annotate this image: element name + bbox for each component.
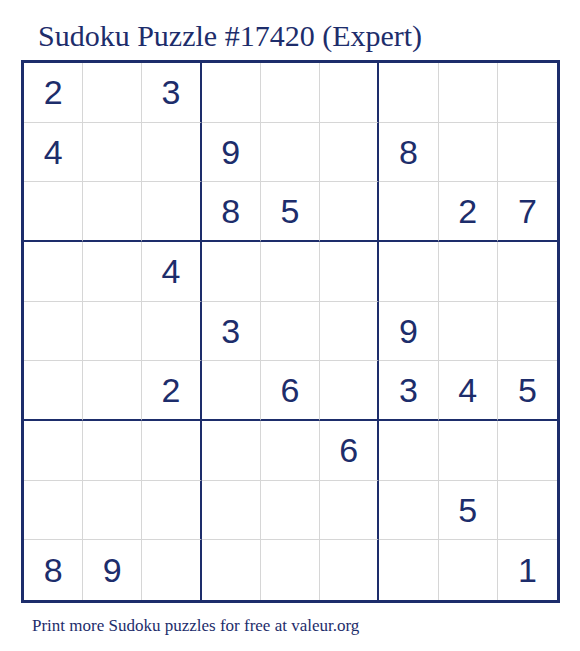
cell-r4c2[interactable]	[83, 242, 142, 302]
cell-r2c8[interactable]	[439, 123, 498, 183]
given-digit: 6	[281, 373, 300, 407]
cell-r8c8[interactable]: 5	[439, 481, 498, 541]
cell-r9c2[interactable]: 9	[83, 540, 142, 600]
cell-r3c1[interactable]	[24, 182, 83, 242]
given-digit: 4	[458, 373, 477, 407]
cell-r3c8[interactable]: 2	[439, 182, 498, 242]
cell-r3c6[interactable]	[320, 182, 379, 242]
cell-r7c1[interactable]	[24, 421, 83, 481]
given-digit: 2	[162, 373, 181, 407]
cell-r4c8[interactable]	[439, 242, 498, 302]
cell-r9c7[interactable]	[379, 540, 438, 600]
cell-r7c5[interactable]	[261, 421, 320, 481]
given-digit: 9	[103, 553, 122, 587]
cell-r6c5[interactable]: 6	[261, 361, 320, 421]
given-digit: 9	[399, 314, 418, 348]
given-digit: 6	[339, 433, 358, 467]
cell-r1c9[interactable]	[498, 63, 557, 123]
cell-r8c5[interactable]	[261, 481, 320, 541]
cell-r6c4[interactable]	[202, 361, 261, 421]
cell-r5c4[interactable]: 3	[202, 302, 261, 362]
cell-r5c8[interactable]	[439, 302, 498, 362]
given-digit: 2	[458, 194, 477, 228]
cell-r5c3[interactable]	[142, 302, 201, 362]
given-digit: 5	[458, 493, 477, 527]
cell-r8c1[interactable]	[24, 481, 83, 541]
cell-r1c8[interactable]	[439, 63, 498, 123]
cell-r1c5[interactable]	[261, 63, 320, 123]
cell-r4c7[interactable]	[379, 242, 438, 302]
cell-r8c2[interactable]	[83, 481, 142, 541]
cell-r6c8[interactable]: 4	[439, 361, 498, 421]
cell-r9c5[interactable]	[261, 540, 320, 600]
cell-r8c4[interactable]	[202, 481, 261, 541]
cell-r9c3[interactable]	[142, 540, 201, 600]
given-digit: 4	[162, 254, 181, 288]
cell-r5c2[interactable]	[83, 302, 142, 362]
cell-r3c9[interactable]: 7	[498, 182, 557, 242]
cell-r1c3[interactable]: 3	[142, 63, 201, 123]
cell-r2c9[interactable]	[498, 123, 557, 183]
given-digit: 5	[518, 373, 537, 407]
sudoku-board: 2349885274392634565891	[21, 60, 560, 603]
cell-r7c8[interactable]	[439, 421, 498, 481]
cell-r4c3[interactable]: 4	[142, 242, 201, 302]
given-digit: 5	[281, 194, 300, 228]
cell-r4c5[interactable]	[261, 242, 320, 302]
given-digit: 8	[399, 135, 418, 169]
cell-r5c6[interactable]	[320, 302, 379, 362]
given-digit: 3	[399, 373, 418, 407]
cell-r7c2[interactable]	[83, 421, 142, 481]
cell-r6c1[interactable]	[24, 361, 83, 421]
cell-r7c6[interactable]: 6	[320, 421, 379, 481]
cell-r2c6[interactable]	[320, 123, 379, 183]
cell-r9c6[interactable]	[320, 540, 379, 600]
given-digit: 9	[221, 135, 240, 169]
cell-r8c6[interactable]	[320, 481, 379, 541]
given-digit: 7	[518, 194, 537, 228]
cell-r9c9[interactable]: 1	[498, 540, 557, 600]
given-digit: 8	[221, 194, 240, 228]
cell-r7c4[interactable]	[202, 421, 261, 481]
page: Sudoku Puzzle #17420 (Expert) 2349885274…	[0, 0, 580, 651]
given-digit: 8	[44, 553, 63, 587]
cell-r2c3[interactable]	[142, 123, 201, 183]
cell-r6c9[interactable]: 5	[498, 361, 557, 421]
cell-r9c4[interactable]	[202, 540, 261, 600]
cell-r4c1[interactable]	[24, 242, 83, 302]
given-digit: 3	[221, 314, 240, 348]
cell-r7c7[interactable]	[379, 421, 438, 481]
given-digit: 4	[44, 135, 63, 169]
cell-r3c3[interactable]	[142, 182, 201, 242]
cell-r6c3[interactable]: 2	[142, 361, 201, 421]
given-digit: 1	[518, 553, 537, 587]
cell-r5c1[interactable]	[24, 302, 83, 362]
cell-r5c5[interactable]	[261, 302, 320, 362]
cell-r4c6[interactable]	[320, 242, 379, 302]
cell-r4c4[interactable]	[202, 242, 261, 302]
cell-r8c9[interactable]	[498, 481, 557, 541]
cell-r3c4[interactable]: 8	[202, 182, 261, 242]
cell-r8c7[interactable]	[379, 481, 438, 541]
cell-r7c9[interactable]	[498, 421, 557, 481]
cell-r9c8[interactable]	[439, 540, 498, 600]
page-title: Sudoku Puzzle #17420 (Expert)	[38, 19, 422, 53]
cell-r4c9[interactable]	[498, 242, 557, 302]
cell-r1c1[interactable]: 2	[24, 63, 83, 123]
cell-r6c7[interactable]: 3	[379, 361, 438, 421]
cell-r2c5[interactable]	[261, 123, 320, 183]
cell-r2c2[interactable]	[83, 123, 142, 183]
cell-r5c9[interactable]	[498, 302, 557, 362]
cell-r1c4[interactable]	[202, 63, 261, 123]
cell-r5c7[interactable]: 9	[379, 302, 438, 362]
cell-r9c1[interactable]: 8	[24, 540, 83, 600]
cell-r3c5[interactable]: 5	[261, 182, 320, 242]
cell-r3c7[interactable]	[379, 182, 438, 242]
cell-r2c7[interactable]: 8	[379, 123, 438, 183]
cell-r1c7[interactable]	[379, 63, 438, 123]
given-digit: 3	[162, 75, 181, 109]
cell-r3c2[interactable]	[83, 182, 142, 242]
cell-r6c2[interactable]	[83, 361, 142, 421]
cell-r1c6[interactable]	[320, 63, 379, 123]
footer-text: Print more Sudoku puzzles for free at va…	[32, 616, 359, 636]
cell-r8c3[interactable]	[142, 481, 201, 541]
cell-r1c2[interactable]	[83, 63, 142, 123]
cell-r2c1[interactable]: 4	[24, 123, 83, 183]
cell-r2c4[interactable]: 9	[202, 123, 261, 183]
cell-r6c6[interactable]	[320, 361, 379, 421]
cell-r7c3[interactable]	[142, 421, 201, 481]
given-digit: 2	[44, 75, 63, 109]
